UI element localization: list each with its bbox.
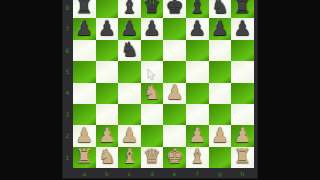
chess-board: ♜♝♛♚♝♞♜♟♟♟♟♟♟♟♞♞♟♟♟♟♟♟♟♜♞♝♛♚♝♜ [73,0,254,168]
square-f2[interactable]: ♟ [186,125,209,146]
chess-piece-wn-b1: ♞ [98,146,116,167]
file-label-a: a [73,169,96,178]
square-a6[interactable] [73,40,96,61]
rank-label-3: 3 [62,104,73,125]
chess-piece-bp-g7: ♟ [211,18,229,39]
square-h2[interactable]: ♟ [231,125,254,146]
square-h4[interactable] [231,83,254,104]
chess-piece-wp-c2: ♟ [121,125,139,146]
square-c4[interactable] [118,83,141,104]
square-a4[interactable] [73,83,96,104]
chess-piece-bp-c7: ♟ [121,18,139,39]
rank-label-6: 6 [62,40,73,61]
square-g1[interactable] [209,147,232,168]
square-b6[interactable] [96,40,119,61]
square-c6[interactable]: ♞ [118,40,141,61]
square-e1[interactable]: ♚ [163,147,186,168]
square-f6[interactable] [186,40,209,61]
chess-piece-wk-e1: ♚ [166,146,184,167]
chess-piece-bb-f8: ♝ [188,0,206,17]
square-g6[interactable] [209,40,232,61]
chess-piece-bp-h7: ♟ [233,18,251,39]
chess-piece-wr-a1: ♜ [75,146,93,167]
square-h7[interactable]: ♟ [231,18,254,39]
rank-label-7: 7 [62,18,73,39]
square-g4[interactable] [209,83,232,104]
square-f7[interactable]: ♟ [186,18,209,39]
square-a3[interactable] [73,104,96,125]
chess-piece-bn-c6: ♞ [121,39,139,60]
chess-piece-bk-e8: ♚ [166,0,184,17]
file-label-h: h [231,169,254,178]
file-label-b: b [96,169,119,178]
square-f1[interactable]: ♝ [186,147,209,168]
square-a7[interactable]: ♟ [73,18,96,39]
square-g3[interactable] [209,104,232,125]
rank-label-8: 8 [62,0,73,18]
square-e5[interactable] [163,61,186,82]
rank-coordinates: 87654321 [62,0,73,168]
square-e8[interactable]: ♚ [163,0,186,18]
square-b1[interactable]: ♞ [96,147,119,168]
square-f3[interactable] [186,104,209,125]
rank-label-1: 1 [62,147,73,168]
file-label-f: f [186,169,209,178]
square-d3[interactable] [141,104,164,125]
square-f5[interactable] [186,61,209,82]
chess-piece-wr-h1: ♜ [233,146,251,167]
rank-label-2: 2 [62,125,73,146]
chess-app-screen: 87654321 ♜♝♛♚♝♞♜♟♟♟♟♟♟♟♞♞♟♟♟♟♟♟♟♜♞♝♛♚♝♜ … [0,0,320,180]
square-d6[interactable] [141,40,164,61]
chess-piece-br-a8: ♜ [75,0,93,17]
chess-piece-bp-d7: ♟ [143,18,161,39]
square-a2[interactable]: ♟ [73,125,96,146]
square-g8[interactable]: ♞ [209,0,232,18]
square-f8[interactable]: ♝ [186,0,209,18]
chess-piece-br-h8: ♜ [233,0,251,17]
chess-piece-wq-d1: ♛ [143,146,161,167]
square-a5[interactable] [73,61,96,82]
square-f4[interactable] [186,83,209,104]
square-e3[interactable] [163,104,186,125]
square-d1[interactable]: ♛ [141,147,164,168]
square-g5[interactable] [209,61,232,82]
square-c8[interactable]: ♝ [118,0,141,18]
square-e6[interactable] [163,40,186,61]
square-b5[interactable] [96,61,119,82]
chess-piece-wp-h2: ♟ [233,125,251,146]
chess-piece-bn-g8: ♞ [211,0,229,17]
mouse-cursor-icon [147,66,156,78]
chess-piece-bp-a7: ♟ [75,18,93,39]
square-h5[interactable] [231,61,254,82]
rank-label-5: 5 [62,61,73,82]
file-coordinates: abcdefgh [73,169,254,178]
chess-piece-bp-b7: ♟ [98,18,116,39]
chess-piece-wp-g2: ♟ [211,125,229,146]
chess-piece-wp-b2: ♟ [98,125,116,146]
square-c3[interactable] [118,104,141,125]
square-c5[interactable] [118,61,141,82]
square-c7[interactable]: ♟ [118,18,141,39]
chess-piece-bp-f7: ♟ [188,18,206,39]
square-d7[interactable]: ♟ [141,18,164,39]
chess-piece-wp-e4: ♟ [166,82,184,103]
file-label-g: g [209,169,232,178]
chess-piece-wb-f1: ♝ [188,146,206,167]
file-label-d: d [141,169,164,178]
square-b3[interactable] [96,104,119,125]
file-label-e: e [163,169,186,178]
chess-piece-wp-a2: ♟ [75,125,93,146]
square-b2[interactable]: ♟ [96,125,119,146]
square-h8[interactable]: ♜ [231,0,254,18]
square-b4[interactable] [96,83,119,104]
square-h1[interactable]: ♜ [231,147,254,168]
square-g7[interactable]: ♟ [209,18,232,39]
square-b8[interactable] [96,0,119,18]
square-d4[interactable]: ♞ [141,83,164,104]
chess-piece-wn-d4: ♞ [143,82,161,103]
chess-piece-wb-c1: ♝ [121,146,139,167]
square-b7[interactable]: ♟ [96,18,119,39]
square-d2[interactable] [141,125,164,146]
square-d8[interactable]: ♛ [141,0,164,18]
file-label-c: c [118,169,141,178]
square-e7[interactable] [163,18,186,39]
square-a8[interactable]: ♜ [73,0,96,18]
rank-label-4: 4 [62,83,73,104]
square-h6[interactable] [231,40,254,61]
square-h3[interactable] [231,104,254,125]
square-e2[interactable] [163,125,186,146]
chess-piece-wp-f2: ♟ [188,125,206,146]
square-c1[interactable]: ♝ [118,147,141,168]
chess-piece-bq-d8: ♛ [143,0,161,17]
square-a1[interactable]: ♜ [73,147,96,168]
chess-piece-bb-c8: ♝ [121,0,139,17]
square-g2[interactable]: ♟ [209,125,232,146]
square-c2[interactable]: ♟ [118,125,141,146]
square-e4[interactable]: ♟ [163,83,186,104]
